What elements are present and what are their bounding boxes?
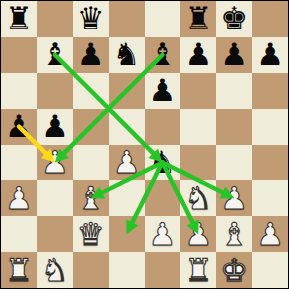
square-b8[interactable] (37, 1, 73, 37)
white-pawn-b4[interactable]: ♟ (41, 147, 69, 178)
square-e2[interactable]: ♟ (145, 216, 181, 252)
square-d8[interactable] (109, 1, 145, 37)
square-d2[interactable] (109, 216, 145, 252)
square-a5[interactable]: ♟ (1, 109, 37, 145)
square-e1[interactable] (145, 252, 181, 288)
white-rook-a1[interactable]: ♜ (5, 255, 33, 286)
white-knight-b1[interactable]: ♞ (41, 255, 69, 286)
black-pawn-b5[interactable]: ♟ (41, 111, 69, 142)
black-pawn-f7[interactable]: ♟ (184, 39, 212, 70)
square-h1[interactable] (252, 252, 288, 288)
square-g2[interactable]: ♝ (216, 216, 252, 252)
square-f3[interactable]: ♞ (180, 180, 216, 216)
white-bishop-c3[interactable]: ♝ (77, 183, 105, 214)
square-a4[interactable] (1, 145, 37, 181)
square-e3[interactable] (145, 180, 181, 216)
square-f4[interactable] (180, 145, 216, 181)
square-h7[interactable]: ♟ (252, 37, 288, 73)
square-c1[interactable] (73, 252, 109, 288)
square-g6[interactable] (216, 73, 252, 109)
square-g3[interactable]: ♟ (216, 180, 252, 216)
white-king-g1[interactable]: ♚ (220, 255, 248, 286)
square-a1[interactable]: ♜ (1, 252, 37, 288)
square-g8[interactable]: ♚ (216, 1, 252, 37)
square-c8[interactable]: ♛ (73, 1, 109, 37)
black-pawn-a5[interactable]: ♟ (5, 111, 33, 142)
white-knight-f3[interactable]: ♞ (184, 183, 212, 214)
black-bishop-e7[interactable]: ♝ (149, 39, 177, 70)
square-b2[interactable] (37, 216, 73, 252)
square-h8[interactable] (252, 1, 288, 37)
white-pawn-a3[interactable]: ♟ (5, 183, 33, 214)
square-a6[interactable] (1, 73, 37, 109)
square-b4[interactable]: ♟ (37, 145, 73, 181)
black-rook-a8[interactable]: ♜ (5, 3, 33, 34)
square-h5[interactable] (252, 109, 288, 145)
square-a7[interactable] (1, 37, 37, 73)
black-pawn-g7[interactable]: ♟ (220, 39, 248, 70)
square-g5[interactable] (216, 109, 252, 145)
square-c5[interactable] (73, 109, 109, 145)
square-c3[interactable]: ♝ (73, 180, 109, 216)
white-queen-c2[interactable]: ♛ (77, 219, 105, 250)
square-c6[interactable] (73, 73, 109, 109)
black-pawn-h7[interactable]: ♟ (256, 39, 284, 70)
black-pawn-c7[interactable]: ♟ (77, 39, 105, 70)
square-e7[interactable]: ♝ (145, 37, 181, 73)
square-d7[interactable]: ♞ (109, 37, 145, 73)
board-squares: ♜♛♜♚♝♟♞♝♟♟♟♟♟♟♟♟♞♟♝♞♟♛♟♟♝♟♜♞♜♚ (1, 1, 288, 288)
square-b7[interactable]: ♝ (37, 37, 73, 73)
black-knight-e4[interactable]: ♞ (149, 147, 177, 178)
square-c7[interactable]: ♟ (73, 37, 109, 73)
square-a2[interactable] (1, 216, 37, 252)
square-d6[interactable] (109, 73, 145, 109)
square-b1[interactable]: ♞ (37, 252, 73, 288)
square-h3[interactable] (252, 180, 288, 216)
square-c2[interactable]: ♛ (73, 216, 109, 252)
white-pawn-e2[interactable]: ♟ (149, 219, 177, 250)
white-bishop-g2[interactable]: ♝ (220, 219, 248, 250)
black-queen-c8[interactable]: ♛ (77, 3, 105, 34)
square-g4[interactable] (216, 145, 252, 181)
black-knight-d7[interactable]: ♞ (113, 39, 141, 70)
square-a3[interactable]: ♟ (1, 180, 37, 216)
square-d3[interactable] (109, 180, 145, 216)
square-e4[interactable]: ♞ (145, 145, 181, 181)
square-f7[interactable]: ♟ (180, 37, 216, 73)
chess-board: ♜♛♜♚♝♟♞♝♟♟♟♟♟♟♟♟♞♟♝♞♟♛♟♟♝♟♜♞♜♚ (0, 0, 289, 289)
white-pawn-f2[interactable]: ♟ (184, 219, 212, 250)
white-pawn-d4[interactable]: ♟ (113, 147, 141, 178)
square-d5[interactable] (109, 109, 145, 145)
square-g7[interactable]: ♟ (216, 37, 252, 73)
square-h2[interactable]: ♟ (252, 216, 288, 252)
square-e5[interactable] (145, 109, 181, 145)
square-f5[interactable] (180, 109, 216, 145)
black-pawn-e6[interactable]: ♟ (149, 75, 177, 106)
square-b5[interactable]: ♟ (37, 109, 73, 145)
square-e6[interactable]: ♟ (145, 73, 181, 109)
square-b3[interactable] (37, 180, 73, 216)
square-a8[interactable]: ♜ (1, 1, 37, 37)
square-b6[interactable] (37, 73, 73, 109)
square-e8[interactable] (145, 1, 181, 37)
square-h4[interactable] (252, 145, 288, 181)
square-f2[interactable]: ♟ (180, 216, 216, 252)
white-pawn-g3[interactable]: ♟ (220, 183, 248, 214)
black-rook-f8[interactable]: ♜ (184, 3, 212, 34)
square-d1[interactable] (109, 252, 145, 288)
white-pawn-h2[interactable]: ♟ (256, 219, 284, 250)
square-f8[interactable]: ♜ (180, 1, 216, 37)
square-d4[interactable]: ♟ (109, 145, 145, 181)
square-f1[interactable]: ♜ (180, 252, 216, 288)
black-king-g8[interactable]: ♚ (220, 3, 248, 34)
square-c4[interactable] (73, 145, 109, 181)
square-f6[interactable] (180, 73, 216, 109)
black-bishop-b7[interactable]: ♝ (41, 39, 69, 70)
square-g1[interactable]: ♚ (216, 252, 252, 288)
white-rook-f1[interactable]: ♜ (184, 255, 212, 286)
square-h6[interactable] (252, 73, 288, 109)
